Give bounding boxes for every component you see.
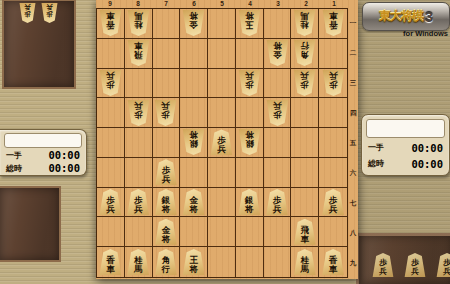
piece-sente-pawn[interactable]: 歩兵 [372,253,394,277]
square-6九[interactable]: 王将 [180,247,208,277]
square-7四[interactable]: 歩兵 [153,98,181,128]
rank-label-4: 四 [348,98,358,128]
piece-gote-lance[interactable]: 香車 [322,10,345,36]
square-1六[interactable] [319,158,347,188]
left-move-time-label: 一手 [6,149,22,162]
square-1九[interactable]: 香車 [319,247,347,277]
square-5一[interactable] [208,9,236,39]
square-8五[interactable] [125,128,153,158]
square-2二[interactable]: 角行 [291,39,319,69]
piece-sente-gold[interactable]: 金将 [154,219,177,245]
square-5四[interactable] [208,98,236,128]
square-9九[interactable]: 香車 [97,247,125,277]
file-label-7: 7 [152,0,180,8]
right-move-time-row: 一手 00:00 [362,140,449,156]
square-1七[interactable]: 歩兵 [319,188,347,218]
logo-title: 東大将棋 [379,8,423,25]
file-label-9: 9 [96,0,124,8]
rank-label-2: 二 [348,38,358,68]
square-3九[interactable] [264,247,292,277]
piece-gote-gold[interactable]: 金将 [182,10,205,36]
square-2三[interactable]: 歩兵 [291,69,319,99]
square-8三[interactable] [125,69,153,99]
square-9七[interactable]: 歩兵 [97,188,125,218]
rank-labels: 一二三四五六七八九 [348,8,358,278]
file-label-6: 6 [180,0,208,8]
piece-gote-rook[interactable]: 飛車 [127,40,150,66]
file-label-8: 8 [124,0,152,8]
square-7二[interactable] [153,39,181,69]
square-3六[interactable] [264,158,292,188]
right-move-time-value: 00:00 [411,140,443,156]
piece-gote-lance[interactable]: 香車 [99,10,122,36]
shogi-board: 987654321 一二三四五六七八九 香車桂馬金将玉将桂馬香車飛車金将角行歩兵… [96,0,358,279]
square-1八[interactable] [319,217,347,247]
piece-gote-pawn[interactable]: 歩兵 [99,70,122,96]
right-total-time-value: 00:00 [411,156,443,172]
piece-gote-king[interactable]: 玉将 [238,10,261,36]
left-total-time-row: 総時 00:00 [0,162,86,175]
square-7八[interactable]: 金将 [153,217,181,247]
right-clock-panel: 一手 00:00 総時 00:00 [361,114,450,176]
square-9六[interactable] [97,158,125,188]
square-8八[interactable] [125,217,153,247]
square-6三[interactable] [180,69,208,99]
piece-gote-knight[interactable]: 桂馬 [127,10,150,36]
file-label-4: 4 [236,0,264,8]
logo-version: 3 [425,8,433,25]
square-6一[interactable]: 金将 [180,9,208,39]
square-8四[interactable]: 歩兵 [125,98,153,128]
right-move-time-label: 一手 [368,140,384,156]
square-5三[interactable] [208,69,236,99]
square-6七[interactable]: 金将 [180,188,208,218]
square-6二[interactable] [180,39,208,69]
piece-gote-pawn[interactable]: 歩兵 [19,3,36,23]
square-5六[interactable] [208,158,236,188]
piece-sente-pawn[interactable]: 歩兵 [154,159,177,185]
square-5五[interactable]: 歩兵 [208,128,236,158]
square-7九[interactable]: 角行 [153,247,181,277]
square-7五[interactable] [153,128,181,158]
rank-label-7: 七 [348,188,358,218]
square-8六[interactable] [125,158,153,188]
square-7六[interactable]: 歩兵 [153,158,181,188]
piece-gote-pawn[interactable]: 歩兵 [41,3,58,23]
left-move-time-row: 一手 00:00 [0,149,86,162]
square-4三[interactable]: 歩兵 [236,69,264,99]
file-label-2: 2 [292,0,320,8]
square-4一[interactable]: 玉将 [236,9,264,39]
piece-sente-pawn[interactable]: 歩兵 [404,253,426,277]
square-6八[interactable] [180,217,208,247]
file-label-3: 3 [264,0,292,8]
rank-label-8: 八 [348,218,358,248]
right-total-time-label: 総時 [368,156,384,172]
app-logo: 東大将棋 3 [362,2,450,31]
piece-gote-pawn[interactable]: 歩兵 [154,100,177,126]
piece-sente-pawn[interactable]: 歩兵 [436,253,450,277]
rank-label-6: 六 [348,158,358,188]
left-clock-panel: 一手 00:00 総時 00:00 [0,129,87,176]
square-1五[interactable] [319,128,347,158]
square-2八[interactable]: 飛車 [291,217,319,247]
square-3二[interactable]: 金将 [264,39,292,69]
square-3七[interactable]: 歩兵 [264,188,292,218]
file-label-1: 1 [320,0,348,8]
right-player-name-box [366,119,445,138]
square-6六[interactable] [180,158,208,188]
piece-sente-knight[interactable]: 桂馬 [293,249,316,275]
square-2六[interactable] [291,158,319,188]
piece-sente-pawn[interactable]: 歩兵 [322,189,345,215]
square-3八[interactable] [264,217,292,247]
piece-gote-pawn[interactable]: 歩兵 [266,100,289,126]
square-9八[interactable] [97,217,125,247]
board-grid: 香車桂馬金将玉将桂馬香車飛車金将角行歩兵歩兵歩兵歩兵歩兵歩兵歩兵銀将歩兵銀将歩兵… [96,8,348,278]
right-total-time-row: 総時 00:00 [362,156,449,172]
left-total-time-value: 00:00 [48,162,80,175]
square-5二[interactable] [208,39,236,69]
left-player-name-box [4,133,82,148]
piece-sente-pawn[interactable]: 歩兵 [266,189,289,215]
piece-gote-gold[interactable]: 金将 [266,40,289,66]
square-3一[interactable] [264,9,292,39]
square-9四[interactable] [97,98,125,128]
square-4六[interactable] [236,158,264,188]
rank-label-9: 九 [348,248,358,278]
logo-subtitle: for Windows [385,29,448,38]
square-3三[interactable] [264,69,292,99]
square-2四[interactable] [291,98,319,128]
piece-sente-gold[interactable]: 金将 [182,189,205,215]
square-2五[interactable] [291,128,319,158]
square-2七[interactable] [291,188,319,218]
sente-captured-tray[interactable]: 歩兵歩兵歩兵 [356,233,450,284]
piece-sente-king[interactable]: 王将 [182,249,205,275]
piece-gote-silver[interactable]: 銀将 [182,129,205,155]
square-9一[interactable]: 香車 [97,9,125,39]
square-4八[interactable] [236,217,264,247]
piece-sente-pawn[interactable]: 歩兵 [210,129,233,155]
rank-label-1: 一 [348,8,358,38]
app-screen: 歩兵歩兵 歩兵歩兵歩兵 東大将棋 3 for Windows 一手 00:00 … [0,0,450,284]
square-4九[interactable] [236,247,264,277]
left-total-time-label: 総時 [6,162,22,175]
square-8一[interactable]: 桂馬 [125,9,153,39]
left-empty-tray[interactable] [0,186,61,262]
square-8二[interactable]: 飛車 [125,39,153,69]
piece-gote-pawn[interactable]: 歩兵 [293,70,316,96]
square-2一[interactable]: 桂馬 [291,9,319,39]
piece-sente-lance[interactable]: 香車 [322,249,345,275]
square-7七[interactable]: 銀将 [153,188,181,218]
square-1一[interactable]: 香車 [319,9,347,39]
square-9三[interactable]: 歩兵 [97,69,125,99]
square-5七[interactable] [208,188,236,218]
square-3五[interactable] [264,128,292,158]
file-labels: 987654321 [96,0,348,8]
square-8九[interactable]: 桂馬 [125,247,153,277]
piece-gote-pawn[interactable]: 歩兵 [238,70,261,96]
piece-gote-bishop[interactable]: 角行 [293,40,316,66]
square-1三[interactable]: 歩兵 [319,69,347,99]
square-7一[interactable] [153,9,181,39]
piece-gote-silver[interactable]: 銀将 [238,129,261,155]
rank-label-5: 五 [348,128,358,158]
square-6五[interactable]: 銀将 [180,128,208,158]
square-4四[interactable] [236,98,264,128]
piece-sente-pawn[interactable]: 歩兵 [127,189,150,215]
square-9五[interactable] [97,128,125,158]
square-5八[interactable] [208,217,236,247]
square-9二[interactable] [97,39,125,69]
square-3四[interactable]: 歩兵 [264,98,292,128]
piece-sente-silver[interactable]: 銀将 [154,189,177,215]
square-4二[interactable] [236,39,264,69]
gote-captured-tray[interactable]: 歩兵歩兵 [2,0,76,89]
square-1二[interactable] [319,39,347,69]
piece-gote-knight[interactable]: 桂馬 [293,10,316,36]
piece-gote-pawn[interactable]: 歩兵 [127,100,150,126]
piece-sente-lance[interactable]: 香車 [99,249,122,275]
square-5九[interactable] [208,247,236,277]
left-move-time-value: 00:00 [48,149,80,162]
square-2九[interactable]: 桂馬 [291,247,319,277]
piece-sente-pawn[interactable]: 歩兵 [99,189,122,215]
piece-gote-pawn[interactable]: 歩兵 [322,70,345,96]
square-4七[interactable]: 銀将 [236,188,264,218]
piece-sente-silver[interactable]: 銀将 [238,189,261,215]
piece-sente-bishop[interactable]: 角行 [154,249,177,275]
piece-sente-rook[interactable]: 飛車 [293,219,316,245]
rank-label-3: 三 [348,68,358,98]
square-7三[interactable] [153,69,181,99]
square-6四[interactable] [180,98,208,128]
piece-sente-knight[interactable]: 桂馬 [127,249,150,275]
file-label-5: 5 [208,0,236,8]
square-1四[interactable] [319,98,347,128]
square-4五[interactable]: 銀将 [236,128,264,158]
square-8七[interactable]: 歩兵 [125,188,153,218]
